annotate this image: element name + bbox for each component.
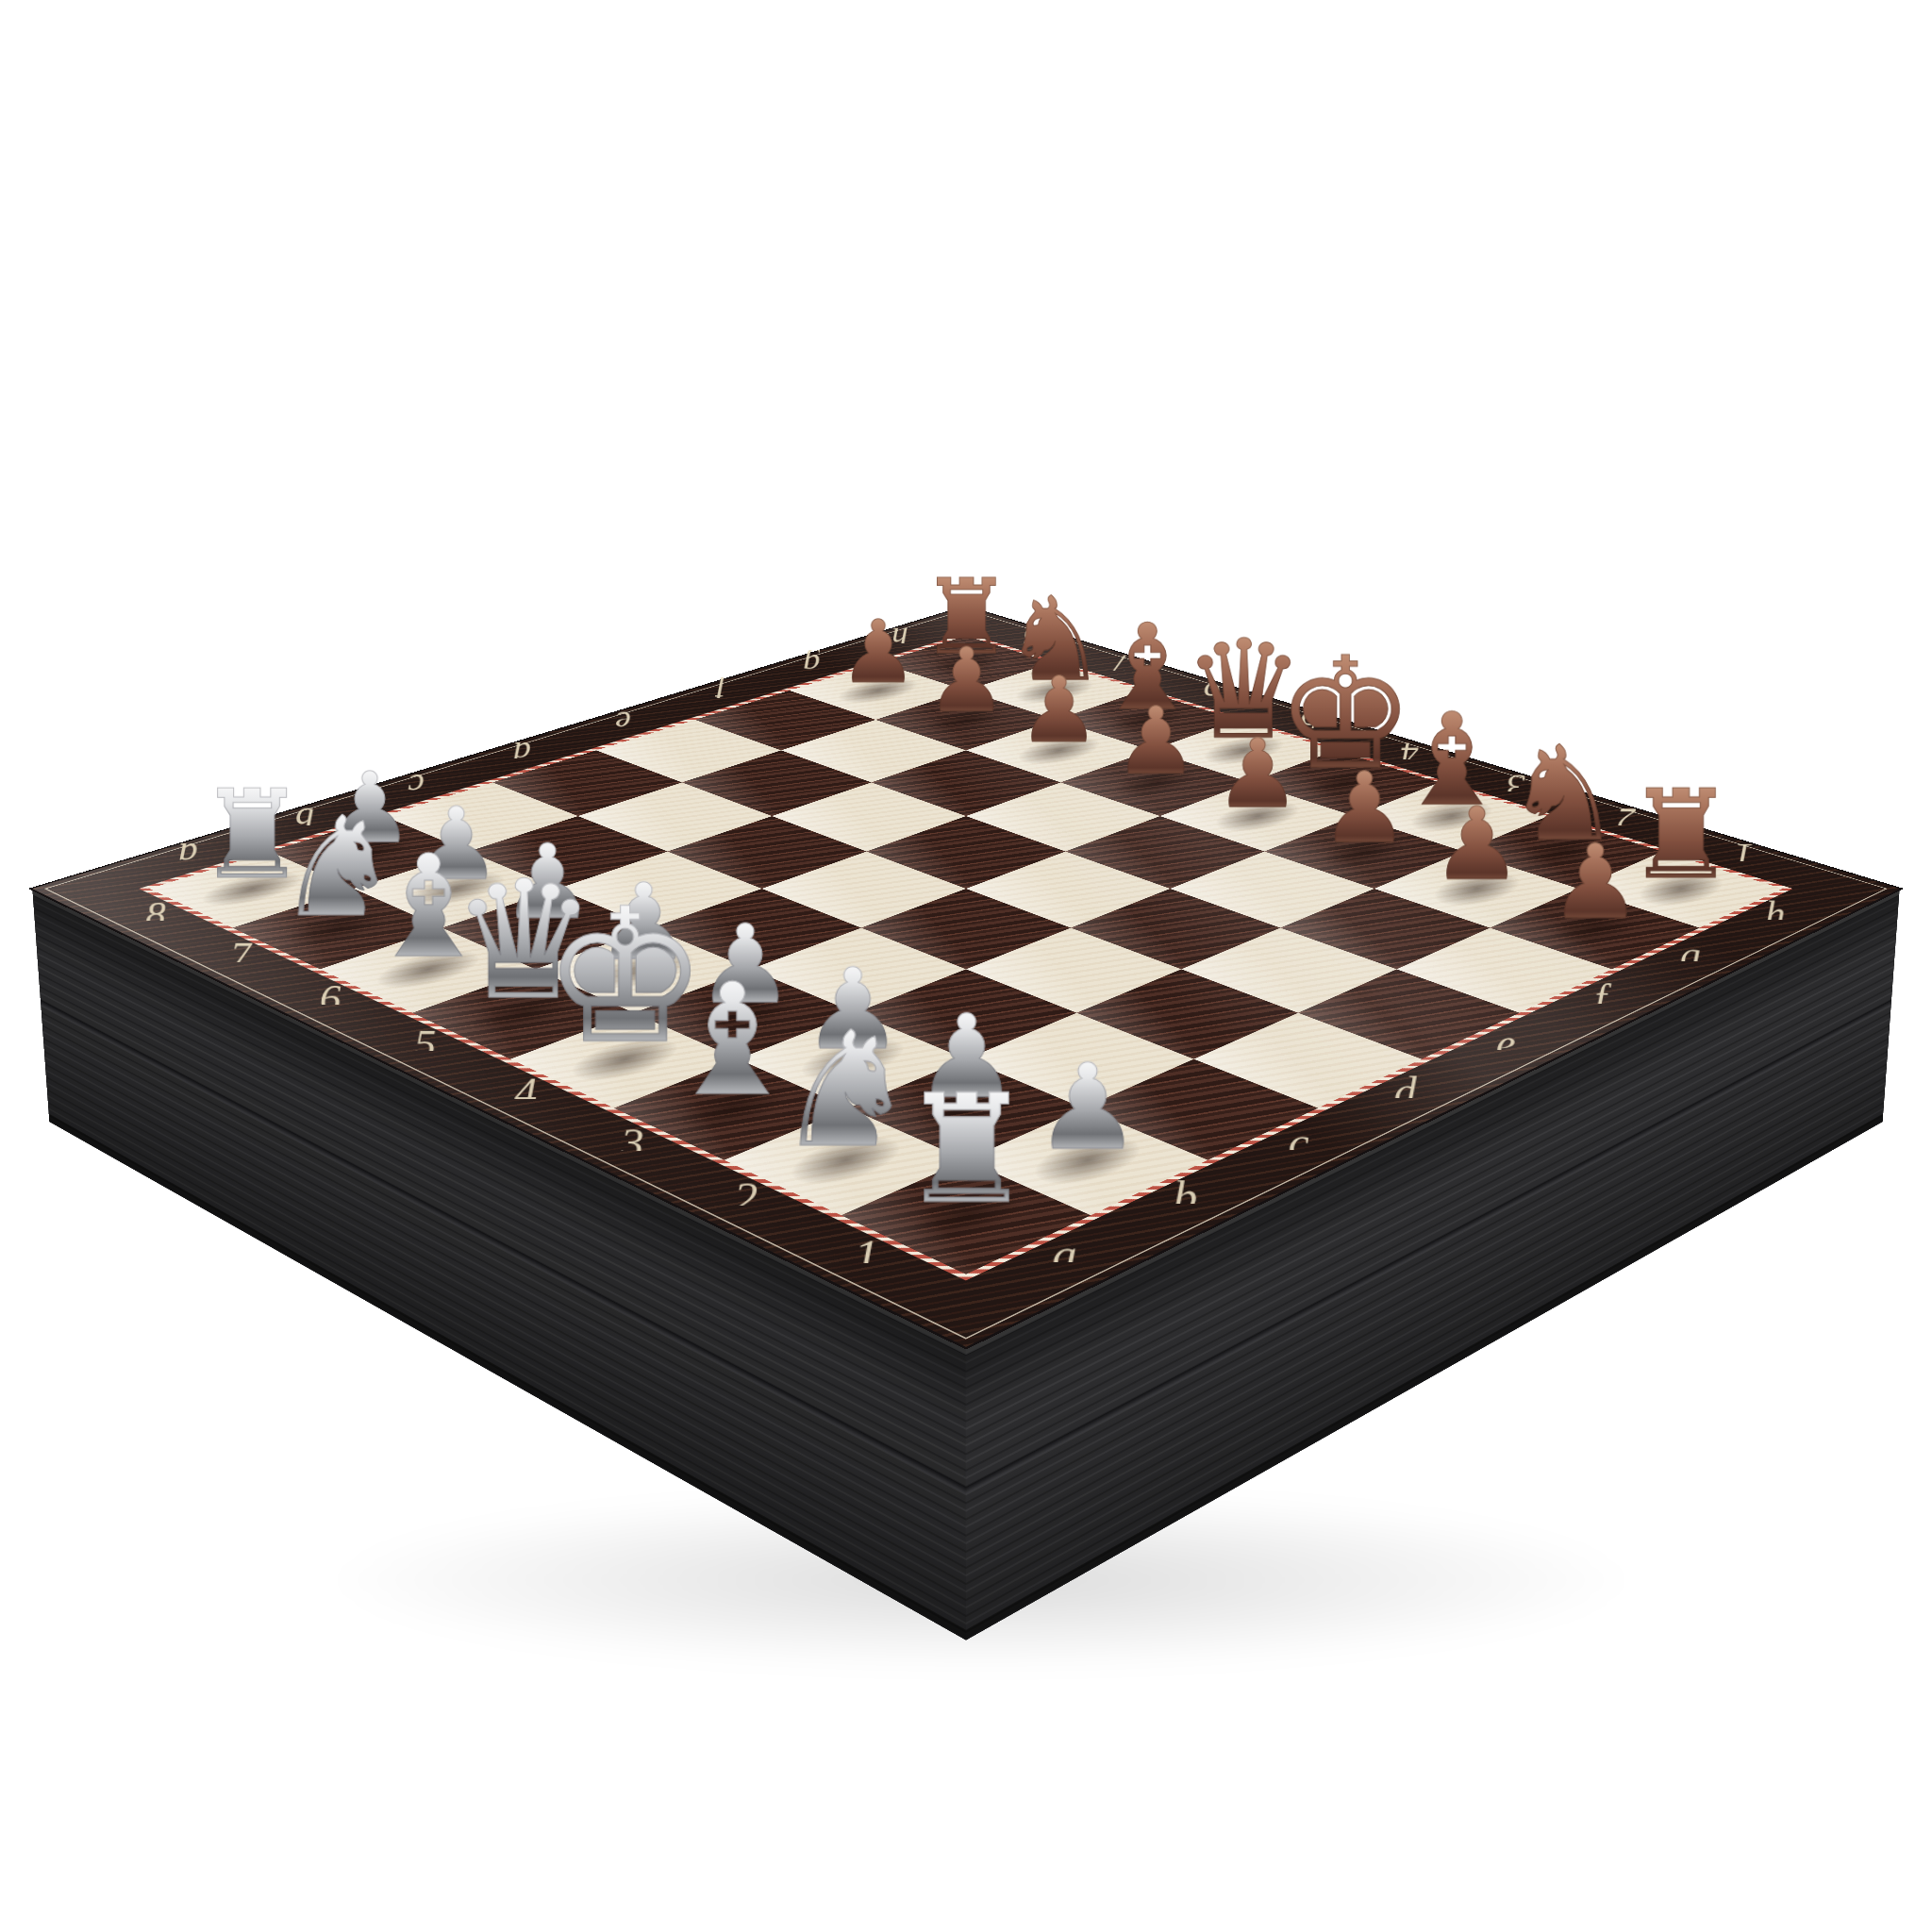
piece-glyph: ♜: [899, 1074, 1033, 1224]
piece-silver-P-b1: ♟: [1034, 1049, 1141, 1168]
piece-glyph: ♞: [774, 1011, 916, 1170]
piece-silver-R-a1: ♜: [899, 1074, 1033, 1224]
piece-glyph: ♟: [1549, 831, 1641, 934]
coordinate-label-a: a: [178, 838, 198, 873]
chess-box: abcdefgh abcdefgh 87654321 87654321 ♜♟♟♜…: [32, 607, 1900, 1347]
piece-glyph: ♟: [1034, 1049, 1141, 1168]
coordinate-label-g: g: [1679, 937, 1700, 974]
coordinate-label-1: 1: [1734, 839, 1754, 874]
piece-silver-N-a2: ♞: [774, 1011, 916, 1170]
coordinate-label-7: 7: [230, 937, 251, 974]
product-photo-scene: abcdefgh abcdefgh 87654321 87654321 ♜♟♟♜…: [0, 0, 1932, 1932]
piece-copper-P-g1: ♟: [1549, 831, 1641, 934]
